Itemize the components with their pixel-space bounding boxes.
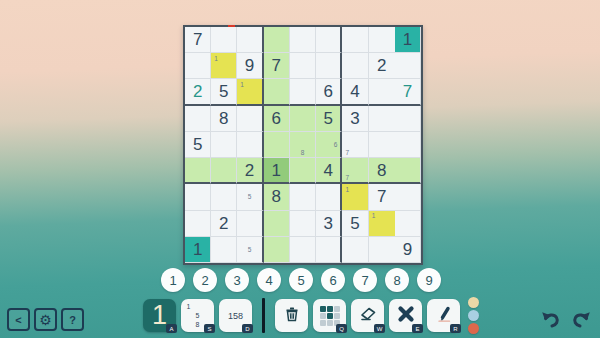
pencil-grid: 5: [238, 238, 260, 261]
cell-r1c3[interactable]: [237, 27, 263, 53]
cell-r9c9[interactable]: 9: [395, 237, 421, 263]
cell-r6c3[interactable]: 2: [237, 158, 263, 184]
cell-r5c2[interactable]: [211, 132, 237, 158]
cross-icon: [397, 305, 415, 327]
given-digit: 7: [377, 188, 386, 205]
number-button-7[interactable]: 7: [353, 268, 377, 292]
color-swatch-2[interactable]: [468, 310, 479, 321]
eraser-button[interactable]: W: [351, 299, 384, 332]
cell-r8c2[interactable]: 2: [211, 211, 237, 237]
help-button[interactable]: ?: [61, 308, 84, 331]
cell-r2c9[interactable]: [395, 53, 421, 79]
pencil-icon: [435, 305, 453, 327]
cell-r4c3[interactable]: [237, 106, 263, 132]
cell-r5c3[interactable]: [237, 132, 263, 158]
sudoku-app: 711972251647865358672147858172351159 123…: [0, 0, 600, 338]
cell-r7c2[interactable]: [211, 184, 237, 210]
cell-r1c6[interactable]: [316, 27, 342, 53]
undo-button[interactable]: [539, 311, 562, 331]
number-button-4[interactable]: 4: [257, 268, 281, 292]
given-digit: 4: [323, 162, 332, 179]
given-digit: 7: [193, 31, 202, 48]
given-digit: 5: [350, 215, 359, 232]
cell-r4c7[interactable]: 3: [342, 106, 368, 132]
cell-r8c5[interactable]: [290, 211, 316, 237]
center-mode-badge: D: [242, 324, 253, 333]
cell-r5c5[interactable]: 8: [290, 132, 316, 158]
color-swatches: [468, 297, 479, 334]
cell-r3c9[interactable]: 7: [395, 79, 421, 105]
cell-r6c1[interactable]: [185, 158, 211, 184]
pencil-mark: 1: [343, 185, 351, 193]
cell-r7c3[interactable]: 5: [237, 184, 263, 210]
given-digit: 3: [350, 110, 359, 127]
cell-r1c2[interactable]: [211, 27, 237, 53]
cell-r8c4[interactable]: [264, 211, 290, 237]
settings-button[interactable]: ⚙: [34, 308, 57, 331]
cell-r7c7[interactable]: 1: [342, 184, 368, 210]
cell-r6c2[interactable]: [211, 158, 237, 184]
history-controls: [539, 311, 592, 331]
pencil-mark: 1: [370, 212, 378, 220]
pencil-mark: 5: [246, 193, 253, 201]
cell-r7c4[interactable]: 8: [264, 184, 290, 210]
given-digit: 8: [377, 162, 386, 179]
given-digit: 2: [377, 57, 386, 74]
cell-r3c1[interactable]: 2: [185, 79, 211, 105]
center-mark-mode-button[interactable]: 158 D: [219, 299, 252, 332]
cell-r2c3[interactable]: 9: [237, 53, 263, 79]
cell-r1c8[interactable]: [369, 27, 395, 53]
corner-mode-badge: S: [204, 324, 215, 333]
cell-r1c7[interactable]: [342, 27, 368, 53]
trash-button[interactable]: [275, 299, 308, 332]
cell-r6c7[interactable]: 7: [342, 158, 368, 184]
cell-r7c9[interactable]: [395, 184, 421, 210]
cell-r6c8[interactable]: 8: [369, 158, 395, 184]
sudoku-board: 711972251647865358672147858172351159: [183, 25, 423, 265]
digit-mode-button[interactable]: 1 A: [143, 299, 176, 332]
cell-r7c8[interactable]: 7: [369, 184, 395, 210]
cell-r5c9[interactable]: [395, 132, 421, 158]
number-button-3[interactable]: 3: [225, 268, 249, 292]
grid-tool-button[interactable]: Q: [313, 299, 346, 332]
pencil-grid: 1: [343, 185, 366, 208]
cell-r3c8[interactable]: [369, 79, 395, 105]
pencil-button[interactable]: R: [427, 299, 460, 332]
cell-r7c1[interactable]: [185, 184, 211, 210]
cell-r4c2[interactable]: 8: [211, 106, 237, 132]
cell-r7c5[interactable]: [290, 184, 316, 210]
cell-r4c5[interactable]: [290, 106, 316, 132]
cell-r4c8[interactable]: [369, 106, 395, 132]
pencil-grid: 8: [291, 133, 314, 156]
cell-r2c2[interactable]: 1: [211, 53, 237, 79]
cell-r9c2[interactable]: [211, 237, 237, 263]
cell-r9c3[interactable]: 5: [237, 237, 263, 263]
cell-r2c1[interactable]: [185, 53, 211, 79]
cell-r3c7[interactable]: 4: [342, 79, 368, 105]
given-digit: 1: [193, 241, 202, 258]
cell-r5c6[interactable]: 6: [316, 132, 342, 158]
pencil-grid: 1: [370, 212, 394, 235]
cell-r4c6[interactable]: 5: [316, 106, 342, 132]
given-digit: 7: [272, 57, 281, 74]
cell-r2c8[interactable]: 2: [369, 53, 395, 79]
cell-r9c4[interactable]: [264, 237, 290, 263]
cross-button[interactable]: E: [389, 299, 422, 332]
cell-r3c2[interactable]: 5: [211, 79, 237, 105]
gear-icon: ⚙: [39, 313, 52, 327]
toolbar-divider: [262, 298, 265, 333]
pencil-grid: 1: [212, 54, 235, 77]
digit-mode-badge: A: [166, 324, 177, 333]
cell-r1c9[interactable]: 1: [395, 27, 421, 53]
cell-r1c5[interactable]: [290, 27, 316, 53]
pencil-badge: R: [450, 324, 461, 333]
cell-r5c7[interactable]: 7: [342, 132, 368, 158]
cell-r6c4[interactable]: 1: [264, 158, 290, 184]
given-digit: 5: [219, 83, 228, 100]
cell-r5c1[interactable]: 5: [185, 132, 211, 158]
cell-r8c6[interactable]: 3: [316, 211, 342, 237]
grid-icon: [320, 306, 340, 326]
color-swatch-3[interactable]: [468, 323, 479, 334]
pencil-grid: 1: [238, 80, 260, 102]
corner-mark-mode-button[interactable]: 158 S: [181, 299, 214, 332]
given-digit: 8: [272, 188, 281, 205]
grid-tool-badge: Q: [336, 324, 347, 333]
pencil-mark: 1: [238, 80, 245, 87]
given-digit: 4: [350, 83, 359, 100]
redo-icon: [570, 310, 592, 333]
number-row: 123456789: [161, 268, 441, 292]
entered-digit: 2: [193, 83, 202, 100]
undo-icon: [540, 310, 562, 333]
cell-r2c6[interactable]: [316, 53, 342, 79]
pencil-mark: 6: [332, 141, 339, 149]
nav-row: < ⚙ ?: [7, 308, 84, 331]
trash-icon: [283, 305, 301, 327]
cell-r8c1[interactable]: [185, 211, 211, 237]
entered-digit: 7: [403, 83, 412, 100]
back-label: <: [15, 314, 21, 326]
cell-r5c4[interactable]: [264, 132, 290, 158]
number-button-9[interactable]: 9: [417, 268, 441, 292]
number-button-5[interactable]: 5: [289, 268, 313, 292]
center-mark-label: 158: [228, 311, 243, 321]
pencil-mark: 5: [246, 246, 253, 254]
number-button-1[interactable]: 1: [161, 268, 185, 292]
cross-badge: E: [412, 324, 423, 333]
cell-r6c5[interactable]: [290, 158, 316, 184]
cell-r6c9[interactable]: [395, 158, 421, 184]
given-digit: 9: [403, 241, 412, 258]
help-label: ?: [69, 314, 76, 326]
redo-button[interactable]: [569, 311, 592, 331]
cell-r3c3[interactable]: 1: [237, 79, 263, 105]
cell-r8c3[interactable]: [237, 211, 263, 237]
back-button[interactable]: <: [7, 308, 30, 331]
cell-r2c7[interactable]: [342, 53, 368, 79]
cell-r3c6[interactable]: 6: [316, 79, 342, 105]
pencil-mark: 7: [343, 174, 351, 181]
cell-r8c7[interactable]: 5: [342, 211, 368, 237]
eraser-badge: W: [374, 324, 385, 333]
cell-r3c4[interactable]: [264, 79, 290, 105]
pencil-grid: 7: [343, 159, 366, 181]
number-button-2[interactable]: 2: [193, 268, 217, 292]
given-digit: 2: [245, 162, 254, 179]
given-digit: 6: [272, 110, 281, 127]
pencil-grid: 7: [343, 133, 366, 156]
cell-r8c8[interactable]: 1: [369, 211, 395, 237]
cell-r4c4[interactable]: 6: [264, 106, 290, 132]
given-digit: 1: [272, 162, 281, 179]
cell-r1c1[interactable]: 7: [185, 27, 211, 53]
pencil-grid: 5: [238, 185, 260, 208]
cell-r9c5[interactable]: [290, 237, 316, 263]
given-digit: 1: [403, 31, 412, 48]
pencil-mark: 7: [343, 148, 351, 156]
given-digit: 3: [323, 215, 332, 232]
number-button-8[interactable]: 8: [385, 268, 409, 292]
cell-r8c9[interactable]: [395, 211, 421, 237]
cell-r9c8[interactable]: [369, 237, 395, 263]
given-digit: 9: [245, 57, 254, 74]
cell-r4c1[interactable]: [185, 106, 211, 132]
toolbar: 1 A 158 S 158 D: [143, 297, 479, 334]
pencil-mark: 1: [212, 54, 220, 62]
digit-mode-label: 1: [152, 300, 167, 331]
pencil-mark: 8: [299, 148, 307, 156]
cell-r9c7[interactable]: [342, 237, 368, 263]
cell-r5c8[interactable]: [369, 132, 395, 158]
cell-r3c5[interactable]: [290, 79, 316, 105]
pencil-grid: 6: [317, 133, 339, 156]
number-button-6[interactable]: 6: [321, 268, 345, 292]
cell-r4c9[interactable]: [395, 106, 421, 132]
color-swatch-1[interactable]: [468, 297, 479, 308]
cell-r7c6[interactable]: [316, 184, 342, 210]
cell-r1c4[interactable]: [264, 27, 290, 53]
given-digit: 8: [219, 110, 228, 127]
given-digit: 2: [219, 215, 228, 232]
cell-r9c1[interactable]: 1: [185, 237, 211, 263]
cell-r2c4[interactable]: 7: [264, 53, 290, 79]
given-digit: 6: [323, 83, 332, 100]
given-digit: 5: [323, 110, 332, 127]
cell-r6c6[interactable]: 4: [316, 158, 342, 184]
given-digit: 5: [193, 136, 202, 153]
cell-r9c6[interactable]: [316, 237, 342, 263]
cell-r2c5[interactable]: [290, 53, 316, 79]
